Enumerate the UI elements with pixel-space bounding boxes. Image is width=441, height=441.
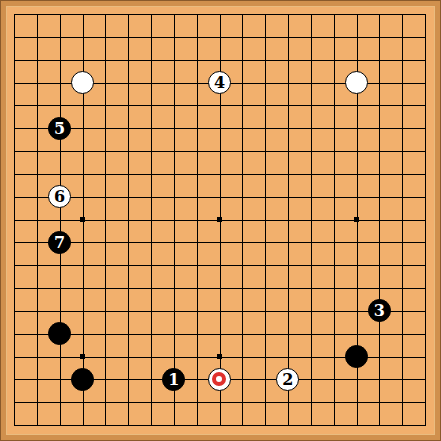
stone-black-dq bbox=[71, 368, 94, 391]
hoshi-point bbox=[80, 217, 85, 222]
hoshi-point bbox=[354, 217, 359, 222]
go-board-diagram: 4567123 bbox=[0, 0, 441, 441]
stone-white-mq: 2 bbox=[276, 368, 299, 391]
move-number: 6 bbox=[54, 188, 65, 205]
stone-white-ci: 6 bbox=[48, 185, 71, 208]
move-number: 2 bbox=[282, 371, 293, 388]
move-number: 4 bbox=[214, 74, 225, 91]
stone-black-pp bbox=[345, 345, 368, 368]
stone-white-jq bbox=[208, 368, 231, 391]
move-number: 7 bbox=[54, 234, 65, 251]
hoshi-point bbox=[80, 354, 85, 359]
stone-white-pd bbox=[345, 71, 368, 94]
stone-black-ck: 7 bbox=[48, 231, 71, 254]
stones-layer: 4567123 bbox=[3, 3, 437, 437]
hoshi-point bbox=[217, 217, 222, 222]
move-number: 3 bbox=[374, 302, 385, 319]
move-number: 5 bbox=[54, 120, 65, 137]
stone-black-hq: 1 bbox=[162, 368, 185, 391]
hoshi-point bbox=[217, 354, 222, 359]
stone-white-dd bbox=[71, 71, 94, 94]
stone-black-co bbox=[48, 322, 71, 345]
move-number: 1 bbox=[168, 371, 179, 388]
stone-white-jd: 4 bbox=[208, 71, 231, 94]
circle-marker bbox=[212, 372, 226, 386]
stone-black-qn: 3 bbox=[368, 299, 391, 322]
stone-black-cf: 5 bbox=[48, 117, 71, 140]
